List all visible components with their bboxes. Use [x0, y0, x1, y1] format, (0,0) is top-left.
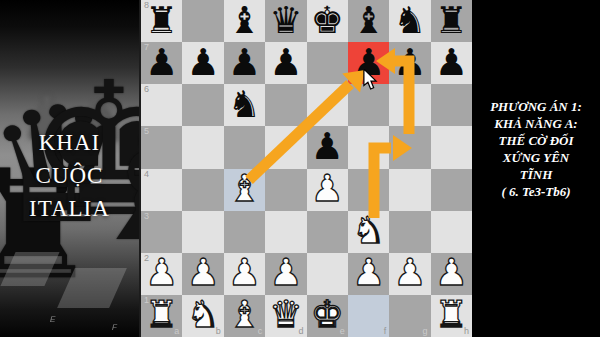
piece-white-pawn[interactable]: ♟ [393, 254, 426, 291]
square-g4[interactable] [389, 169, 430, 211]
piece-black-rook[interactable]: ♜ [145, 2, 178, 39]
square-h3[interactable] [431, 211, 472, 253]
piece-black-knight[interactable]: ♞ [393, 2, 426, 39]
square-e5[interactable]: ♟ [307, 126, 348, 168]
photo-square-letter-f: F [111, 323, 118, 332]
square-b7[interactable]: ♟ [182, 42, 223, 84]
square-h8[interactable]: ♜ [431, 0, 472, 42]
square-g2[interactable]: ♟ [389, 253, 430, 295]
square-g3[interactable] [389, 211, 430, 253]
piece-white-bishop[interactable]: ♝ [228, 170, 261, 207]
square-g5[interactable] [389, 126, 430, 168]
square-h4[interactable] [431, 169, 472, 211]
piece-black-king[interactable]: ♚ [311, 2, 344, 39]
file-label-f: f [384, 327, 387, 336]
caption-line: TĨNH [472, 166, 600, 183]
square-c1[interactable]: c♝ [224, 295, 265, 337]
piece-white-pawn[interactable]: ♟ [269, 254, 302, 291]
video-frame: ♟ ♞ ♜ ♛ ♚ ♝ E F KHAI CUỘC ITALIA 8♜♝♛♚♝♞… [0, 0, 600, 337]
variation-caption: PHƯƠNG ÁN 1: KHẢ NĂNG A: THẾ CỜ ĐỐI XỨNG… [472, 0, 600, 200]
board-grid: 8♜♝♛♚♝♞♜7♟♟♟♟♟♟♟6♞5♟4♝♟3♞2♟♟♟♟♟♟♟1a♜b♞c♝… [141, 0, 472, 337]
caption-line: ( 6. Te3-Tb6) [472, 183, 600, 200]
square-g6[interactable] [389, 84, 430, 126]
square-a1[interactable]: 1a♜ [141, 295, 182, 337]
piece-white-rook[interactable]: ♜ [435, 296, 468, 333]
piece-black-pawn[interactable]: ♟ [352, 44, 385, 81]
square-a7[interactable]: 7♟ [141, 42, 182, 84]
piece-black-queen[interactable]: ♛ [269, 2, 302, 39]
file-label-g: g [423, 327, 428, 336]
square-b5[interactable] [182, 126, 223, 168]
piece-white-pawn[interactable]: ♟ [435, 254, 468, 291]
piece-black-pawn[interactable]: ♟ [145, 44, 178, 81]
square-f3[interactable]: ♞ [348, 211, 389, 253]
square-b3[interactable] [182, 211, 223, 253]
square-g7[interactable]: ♟ [389, 42, 430, 84]
square-d7[interactable]: ♟ [265, 42, 306, 84]
square-e4[interactable]: ♟ [307, 169, 348, 211]
piece-white-knight[interactable]: ♞ [352, 212, 385, 249]
opening-title: KHAI CUỘC ITALIA [0, 126, 139, 225]
square-a2[interactable]: 2♟ [141, 253, 182, 295]
square-c7[interactable]: ♟ [224, 42, 265, 84]
piece-black-pawn[interactable]: ♟ [311, 128, 344, 165]
square-h5[interactable] [431, 126, 472, 168]
square-e2[interactable] [307, 253, 348, 295]
piece-white-rook[interactable]: ♜ [145, 296, 178, 333]
photo-square-letter-e: E [49, 315, 56, 324]
square-c3[interactable] [224, 211, 265, 253]
opening-title-line: KHAI [0, 126, 139, 159]
piece-white-king[interactable]: ♚ [311, 296, 344, 333]
square-f6[interactable] [348, 84, 389, 126]
square-a3[interactable]: 3 [141, 211, 182, 253]
square-d4[interactable] [265, 169, 306, 211]
square-f5[interactable] [348, 126, 389, 168]
square-d3[interactable] [265, 211, 306, 253]
square-c8[interactable]: ♝ [224, 0, 265, 42]
piece-black-pawn[interactable]: ♟ [269, 44, 302, 81]
square-c5[interactable] [224, 126, 265, 168]
chess-board: 8♜♝♛♚♝♞♜7♟♟♟♟♟♟♟6♞5♟4♝♟3♞2♟♟♟♟♟♟♟1a♜b♞c♝… [139, 0, 472, 337]
square-b8[interactable] [182, 0, 223, 42]
square-h7[interactable]: ♟ [431, 42, 472, 84]
piece-black-pawn[interactable]: ♟ [228, 44, 261, 81]
piece-black-bishop[interactable]: ♝ [228, 2, 261, 39]
piece-black-pawn[interactable]: ♟ [393, 44, 426, 81]
opening-title-line: CUỘC [0, 159, 139, 192]
square-d8[interactable]: ♛ [265, 0, 306, 42]
square-e8[interactable]: ♚ [307, 0, 348, 42]
square-a4[interactable]: 4 [141, 169, 182, 211]
opening-title-line: ITALIA [0, 192, 139, 225]
piece-black-rook[interactable]: ♜ [435, 2, 468, 39]
square-e3[interactable] [307, 211, 348, 253]
square-f1[interactable]: f [348, 295, 389, 337]
square-c4[interactable]: ♝ [224, 169, 265, 211]
piece-black-knight[interactable]: ♞ [228, 86, 261, 123]
caption-line: THẾ CỜ ĐỐI [472, 132, 600, 149]
square-f7[interactable]: ♟ [348, 42, 389, 84]
square-g1[interactable]: g [389, 295, 430, 337]
piece-white-pawn[interactable]: ♟ [186, 254, 219, 291]
caption-line: PHƯƠNG ÁN 1: [472, 98, 600, 115]
piece-white-pawn[interactable]: ♟ [145, 254, 178, 291]
rank-label-3: 3 [144, 212, 149, 221]
square-b1[interactable]: b♞ [182, 295, 223, 337]
square-e7[interactable] [307, 42, 348, 84]
square-h2[interactable]: ♟ [431, 253, 472, 295]
piece-white-knight[interactable]: ♞ [186, 296, 219, 333]
piece-white-bishop[interactable]: ♝ [228, 296, 261, 333]
square-e1[interactable]: e♚ [307, 295, 348, 337]
caption-line: KHẢ NĂNG A: [472, 115, 600, 132]
piece-white-pawn[interactable]: ♟ [311, 170, 344, 207]
square-h1[interactable]: h♜ [431, 295, 472, 337]
square-d2[interactable]: ♟ [265, 253, 306, 295]
square-d6[interactable] [265, 84, 306, 126]
square-g8[interactable]: ♞ [389, 0, 430, 42]
rank-label-4: 4 [144, 170, 149, 179]
rank-label-6: 6 [144, 85, 149, 94]
square-a5[interactable]: 5 [141, 126, 182, 168]
square-b6[interactable] [182, 84, 223, 126]
piece-white-queen[interactable]: ♛ [269, 296, 302, 333]
square-d5[interactable] [265, 126, 306, 168]
square-f2[interactable]: ♟ [348, 253, 389, 295]
square-c2[interactable]: ♟ [224, 253, 265, 295]
square-b2[interactable]: ♟ [182, 253, 223, 295]
square-b4[interactable] [182, 169, 223, 211]
left-photo-panel: ♟ ♞ ♜ ♛ ♚ ♝ E F KHAI CUỘC ITALIA [0, 0, 139, 337]
rank-label-5: 5 [144, 127, 149, 136]
caption-panel: PHƯƠNG ÁN 1: KHẢ NĂNG A: THẾ CỜ ĐỐI XỨNG… [472, 0, 600, 337]
square-f4[interactable] [348, 169, 389, 211]
square-d1[interactable]: d♛ [265, 295, 306, 337]
square-e6[interactable] [307, 84, 348, 126]
caption-line: XỨNG YÊN [472, 149, 600, 166]
piece-black-bishop[interactable]: ♝ [352, 2, 385, 39]
square-h6[interactable] [431, 84, 472, 126]
square-a6[interactable]: 6 [141, 84, 182, 126]
piece-white-pawn[interactable]: ♟ [228, 254, 261, 291]
square-f8[interactable]: ♝ [348, 0, 389, 42]
piece-black-pawn[interactable]: ♟ [435, 44, 468, 81]
square-c6[interactable]: ♞ [224, 84, 265, 126]
piece-black-pawn[interactable]: ♟ [186, 44, 219, 81]
square-a8[interactable]: 8♜ [141, 0, 182, 42]
piece-white-pawn[interactable]: ♟ [352, 254, 385, 291]
